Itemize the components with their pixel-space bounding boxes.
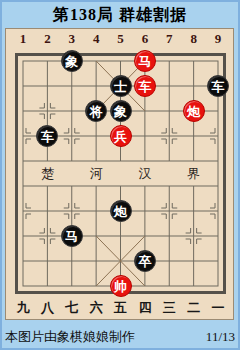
file-label: 三 (163, 299, 176, 317)
file-label: 四 (138, 299, 151, 317)
bottom-file-labels: 九八七六五四三二一 (6, 299, 233, 317)
puzzle-title: 第138局 群雄割据 (2, 5, 238, 26)
piece-red-车: 车 (134, 75, 156, 97)
river-char: 汉 (138, 165, 151, 183)
file-label: 六 (90, 299, 103, 317)
piece-black-象: 象 (61, 50, 83, 72)
piece-black-炮: 炮 (110, 200, 132, 222)
file-label: 九 (17, 299, 30, 317)
piece-red-炮: 炮 (183, 100, 205, 122)
piece-black-车: 车 (207, 75, 229, 97)
file-label: 七 (65, 299, 78, 317)
piece-red-马: 马 (134, 50, 156, 72)
footer-bar: 本图片由象棋娘娘制作 11/13 (5, 328, 235, 346)
page-indicator: 11/13 (206, 329, 235, 345)
river-char: 楚 (41, 165, 54, 183)
piece-black-象: 象 (110, 100, 132, 122)
river-char: 界 (187, 165, 200, 183)
file-label: 八 (41, 299, 54, 317)
piece-black-马: 马 (61, 225, 83, 247)
piece-black-将: 将 (85, 100, 107, 122)
file-label: 一 (212, 299, 225, 317)
footer-credit: 本图片由象棋娘娘制作 (5, 328, 135, 346)
piece-black-卒: 卒 (134, 250, 156, 272)
board-panel: 123456789 楚河汉界 象马士车车将象炮车兵炮马卒帅 九八七六五四三二一 (5, 28, 234, 320)
file-label: 五 (114, 299, 127, 317)
xiangqi-diagram-window: 第138局 群雄割据 123456789 楚河汉界 象马士车车将象炮车兵炮马卒帅… (0, 0, 240, 350)
file-label: 二 (187, 299, 200, 317)
piece-red-兵: 兵 (110, 125, 132, 147)
river-char: 河 (90, 165, 103, 183)
piece-red-帅: 帅 (110, 275, 132, 297)
piece-black-士: 士 (110, 75, 132, 97)
